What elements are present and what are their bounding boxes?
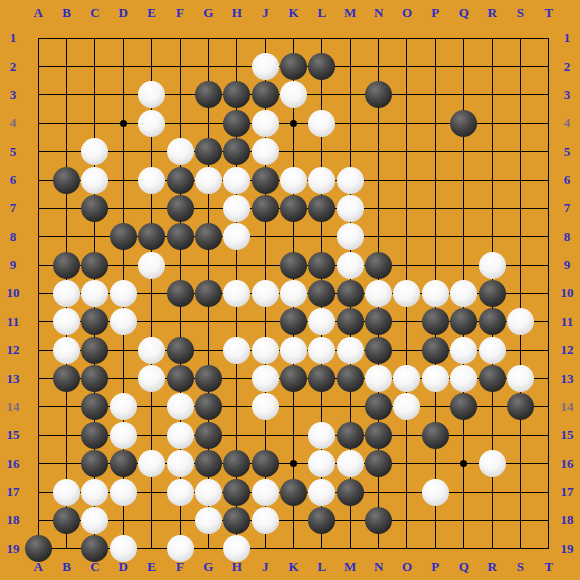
intersection-L15[interactable]	[308, 421, 336, 449]
intersection-J3[interactable]	[251, 81, 279, 109]
intersection-G5[interactable]	[194, 137, 222, 165]
intersection-A2[interactable]	[24, 52, 52, 80]
intersection-F15[interactable]	[166, 421, 194, 449]
intersection-O12[interactable]	[393, 336, 421, 364]
intersection-Q13[interactable]	[450, 364, 478, 392]
intersection-T11[interactable]	[535, 308, 563, 336]
intersection-J4[interactable]	[251, 109, 279, 137]
intersection-B2[interactable]	[52, 52, 80, 80]
intersection-N13[interactable]	[364, 364, 392, 392]
intersection-F4[interactable]	[166, 109, 194, 137]
intersection-T14[interactable]	[535, 393, 563, 421]
intersection-M9[interactable]	[336, 251, 364, 279]
intersection-G1[interactable]	[194, 24, 222, 52]
intersection-F10[interactable]	[166, 279, 194, 307]
intersection-F13[interactable]	[166, 364, 194, 392]
intersection-Q7[interactable]	[450, 194, 478, 222]
intersection-R12[interactable]	[478, 336, 506, 364]
intersection-L16[interactable]	[308, 450, 336, 478]
intersection-D4[interactable]	[109, 109, 137, 137]
intersection-A17[interactable]	[24, 478, 52, 506]
intersection-K18[interactable]	[279, 506, 307, 534]
intersection-J7[interactable]	[251, 194, 279, 222]
intersection-B10[interactable]	[52, 279, 80, 307]
intersection-A10[interactable]	[24, 279, 52, 307]
intersection-J13[interactable]	[251, 364, 279, 392]
intersection-F7[interactable]	[166, 194, 194, 222]
intersection-M17[interactable]	[336, 478, 364, 506]
intersection-T16[interactable]	[535, 450, 563, 478]
intersection-H4[interactable]	[223, 109, 251, 137]
intersection-L13[interactable]	[308, 364, 336, 392]
intersection-K10[interactable]	[279, 279, 307, 307]
intersection-D12[interactable]	[109, 336, 137, 364]
intersection-E5[interactable]	[137, 137, 165, 165]
intersection-P4[interactable]	[421, 109, 449, 137]
intersection-D10[interactable]	[109, 279, 137, 307]
intersection-Q6[interactable]	[450, 166, 478, 194]
intersection-P18[interactable]	[421, 506, 449, 534]
intersection-A13[interactable]	[24, 364, 52, 392]
intersection-T12[interactable]	[535, 336, 563, 364]
intersection-K1[interactable]	[279, 24, 307, 52]
intersection-P9[interactable]	[421, 251, 449, 279]
intersection-S16[interactable]	[506, 450, 534, 478]
intersection-S10[interactable]	[506, 279, 534, 307]
intersection-N12[interactable]	[364, 336, 392, 364]
intersection-R9[interactable]	[478, 251, 506, 279]
intersection-H11[interactable]	[223, 308, 251, 336]
intersection-K16[interactable]	[279, 450, 307, 478]
intersection-M3[interactable]	[336, 81, 364, 109]
intersection-K19[interactable]	[279, 535, 307, 563]
intersection-O15[interactable]	[393, 421, 421, 449]
intersection-K9[interactable]	[279, 251, 307, 279]
intersection-M11[interactable]	[336, 308, 364, 336]
intersection-Q10[interactable]	[450, 279, 478, 307]
intersection-F9[interactable]	[166, 251, 194, 279]
intersection-K14[interactable]	[279, 393, 307, 421]
intersection-M16[interactable]	[336, 450, 364, 478]
intersection-D9[interactable]	[109, 251, 137, 279]
intersection-R18[interactable]	[478, 506, 506, 534]
intersection-P12[interactable]	[421, 336, 449, 364]
intersection-B12[interactable]	[52, 336, 80, 364]
intersection-T15[interactable]	[535, 421, 563, 449]
intersection-T1[interactable]	[535, 24, 563, 52]
intersection-E11[interactable]	[137, 308, 165, 336]
intersection-L9[interactable]	[308, 251, 336, 279]
intersection-F2[interactable]	[166, 52, 194, 80]
intersection-B4[interactable]	[52, 109, 80, 137]
intersection-J14[interactable]	[251, 393, 279, 421]
intersection-A7[interactable]	[24, 194, 52, 222]
intersection-D3[interactable]	[109, 81, 137, 109]
intersection-G13[interactable]	[194, 364, 222, 392]
intersection-J12[interactable]	[251, 336, 279, 364]
intersection-F14[interactable]	[166, 393, 194, 421]
intersection-M19[interactable]	[336, 535, 364, 563]
intersection-B14[interactable]	[52, 393, 80, 421]
intersection-J10[interactable]	[251, 279, 279, 307]
intersection-J5[interactable]	[251, 137, 279, 165]
intersection-D16[interactable]	[109, 450, 137, 478]
intersection-R2[interactable]	[478, 52, 506, 80]
intersection-K2[interactable]	[279, 52, 307, 80]
intersection-H13[interactable]	[223, 364, 251, 392]
intersection-S4[interactable]	[506, 109, 534, 137]
intersection-C7[interactable]	[81, 194, 109, 222]
intersection-E16[interactable]	[137, 450, 165, 478]
intersection-B13[interactable]	[52, 364, 80, 392]
intersection-Q12[interactable]	[450, 336, 478, 364]
intersection-E15[interactable]	[137, 421, 165, 449]
intersection-S2[interactable]	[506, 52, 534, 80]
intersection-R6[interactable]	[478, 166, 506, 194]
intersection-G14[interactable]	[194, 393, 222, 421]
intersection-C2[interactable]	[81, 52, 109, 80]
intersection-T2[interactable]	[535, 52, 563, 80]
intersection-P5[interactable]	[421, 137, 449, 165]
intersection-C1[interactable]	[81, 24, 109, 52]
intersection-J1[interactable]	[251, 24, 279, 52]
intersection-A16[interactable]	[24, 450, 52, 478]
intersection-K6[interactable]	[279, 166, 307, 194]
intersection-T10[interactable]	[535, 279, 563, 307]
intersection-R7[interactable]	[478, 194, 506, 222]
intersection-O6[interactable]	[393, 166, 421, 194]
intersection-B11[interactable]	[52, 308, 80, 336]
intersection-E14[interactable]	[137, 393, 165, 421]
intersection-H19[interactable]	[223, 535, 251, 563]
intersection-R10[interactable]	[478, 279, 506, 307]
intersection-D15[interactable]	[109, 421, 137, 449]
intersection-G7[interactable]	[194, 194, 222, 222]
intersection-M7[interactable]	[336, 194, 364, 222]
intersection-T19[interactable]	[535, 535, 563, 563]
intersection-Q5[interactable]	[450, 137, 478, 165]
intersection-T4[interactable]	[535, 109, 563, 137]
intersection-S12[interactable]	[506, 336, 534, 364]
intersection-Q18[interactable]	[450, 506, 478, 534]
intersection-D1[interactable]	[109, 24, 137, 52]
intersection-K11[interactable]	[279, 308, 307, 336]
intersection-Q19[interactable]	[450, 535, 478, 563]
intersection-D13[interactable]	[109, 364, 137, 392]
intersection-D18[interactable]	[109, 506, 137, 534]
intersection-J17[interactable]	[251, 478, 279, 506]
intersection-S13[interactable]	[506, 364, 534, 392]
intersection-O4[interactable]	[393, 109, 421, 137]
intersection-M18[interactable]	[336, 506, 364, 534]
intersection-Q2[interactable]	[450, 52, 478, 80]
intersection-C6[interactable]	[81, 166, 109, 194]
intersection-N3[interactable]	[364, 81, 392, 109]
intersection-L14[interactable]	[308, 393, 336, 421]
intersection-M13[interactable]	[336, 364, 364, 392]
intersection-J2[interactable]	[251, 52, 279, 80]
intersection-A12[interactable]	[24, 336, 52, 364]
intersection-J11[interactable]	[251, 308, 279, 336]
intersection-R5[interactable]	[478, 137, 506, 165]
intersection-C17[interactable]	[81, 478, 109, 506]
intersection-B16[interactable]	[52, 450, 80, 478]
intersection-M14[interactable]	[336, 393, 364, 421]
intersection-C9[interactable]	[81, 251, 109, 279]
intersection-E6[interactable]	[137, 166, 165, 194]
intersection-K8[interactable]	[279, 223, 307, 251]
intersection-C15[interactable]	[81, 421, 109, 449]
intersection-K12[interactable]	[279, 336, 307, 364]
intersection-C10[interactable]	[81, 279, 109, 307]
intersection-R14[interactable]	[478, 393, 506, 421]
intersection-S6[interactable]	[506, 166, 534, 194]
intersection-O8[interactable]	[393, 223, 421, 251]
intersection-O18[interactable]	[393, 506, 421, 534]
intersection-G12[interactable]	[194, 336, 222, 364]
intersection-T3[interactable]	[535, 81, 563, 109]
intersection-S19[interactable]	[506, 535, 534, 563]
intersection-G18[interactable]	[194, 506, 222, 534]
intersection-N1[interactable]	[364, 24, 392, 52]
intersection-S8[interactable]	[506, 223, 534, 251]
intersection-D5[interactable]	[109, 137, 137, 165]
intersection-P15[interactable]	[421, 421, 449, 449]
intersection-R15[interactable]	[478, 421, 506, 449]
intersection-Q1[interactable]	[450, 24, 478, 52]
intersection-J6[interactable]	[251, 166, 279, 194]
intersection-E17[interactable]	[137, 478, 165, 506]
intersection-L8[interactable]	[308, 223, 336, 251]
intersection-L2[interactable]	[308, 52, 336, 80]
intersection-L1[interactable]	[308, 24, 336, 52]
intersection-K4[interactable]	[279, 109, 307, 137]
intersection-A6[interactable]	[24, 166, 52, 194]
intersection-D7[interactable]	[109, 194, 137, 222]
intersection-O19[interactable]	[393, 535, 421, 563]
intersection-T8[interactable]	[535, 223, 563, 251]
intersection-L6[interactable]	[308, 166, 336, 194]
intersection-O17[interactable]	[393, 478, 421, 506]
intersection-E7[interactable]	[137, 194, 165, 222]
intersection-N7[interactable]	[364, 194, 392, 222]
intersection-T18[interactable]	[535, 506, 563, 534]
intersection-F17[interactable]	[166, 478, 194, 506]
intersection-P14[interactable]	[421, 393, 449, 421]
intersection-M5[interactable]	[336, 137, 364, 165]
intersection-S14[interactable]	[506, 393, 534, 421]
intersection-N18[interactable]	[364, 506, 392, 534]
intersection-F11[interactable]	[166, 308, 194, 336]
intersection-H14[interactable]	[223, 393, 251, 421]
intersection-T5[interactable]	[535, 137, 563, 165]
intersection-P11[interactable]	[421, 308, 449, 336]
intersection-B5[interactable]	[52, 137, 80, 165]
intersection-O1[interactable]	[393, 24, 421, 52]
intersection-T17[interactable]	[535, 478, 563, 506]
intersection-L7[interactable]	[308, 194, 336, 222]
intersection-J15[interactable]	[251, 421, 279, 449]
intersection-J18[interactable]	[251, 506, 279, 534]
intersection-B17[interactable]	[52, 478, 80, 506]
intersection-M1[interactable]	[336, 24, 364, 52]
intersection-H12[interactable]	[223, 336, 251, 364]
intersection-S18[interactable]	[506, 506, 534, 534]
intersection-D6[interactable]	[109, 166, 137, 194]
intersection-D14[interactable]	[109, 393, 137, 421]
intersection-C13[interactable]	[81, 364, 109, 392]
intersection-E12[interactable]	[137, 336, 165, 364]
intersection-L19[interactable]	[308, 535, 336, 563]
intersection-B1[interactable]	[52, 24, 80, 52]
intersection-O13[interactable]	[393, 364, 421, 392]
intersection-Q15[interactable]	[450, 421, 478, 449]
intersection-F1[interactable]	[166, 24, 194, 52]
intersection-E9[interactable]	[137, 251, 165, 279]
intersection-N10[interactable]	[364, 279, 392, 307]
intersection-K7[interactable]	[279, 194, 307, 222]
intersection-K15[interactable]	[279, 421, 307, 449]
intersection-R8[interactable]	[478, 223, 506, 251]
intersection-H10[interactable]	[223, 279, 251, 307]
intersection-P1[interactable]	[421, 24, 449, 52]
intersection-R17[interactable]	[478, 478, 506, 506]
intersection-T9[interactable]	[535, 251, 563, 279]
intersection-Q3[interactable]	[450, 81, 478, 109]
intersection-F18[interactable]	[166, 506, 194, 534]
intersection-E1[interactable]	[137, 24, 165, 52]
intersection-G4[interactable]	[194, 109, 222, 137]
intersection-P13[interactable]	[421, 364, 449, 392]
intersection-P10[interactable]	[421, 279, 449, 307]
intersection-H6[interactable]	[223, 166, 251, 194]
intersection-Q16[interactable]	[450, 450, 478, 478]
intersection-Q17[interactable]	[450, 478, 478, 506]
intersection-A3[interactable]	[24, 81, 52, 109]
intersection-Q9[interactable]	[450, 251, 478, 279]
intersection-O7[interactable]	[393, 194, 421, 222]
intersection-N16[interactable]	[364, 450, 392, 478]
intersection-Q8[interactable]	[450, 223, 478, 251]
intersection-G6[interactable]	[194, 166, 222, 194]
intersection-R16[interactable]	[478, 450, 506, 478]
intersection-E2[interactable]	[137, 52, 165, 80]
intersection-R3[interactable]	[478, 81, 506, 109]
intersection-C11[interactable]	[81, 308, 109, 336]
intersection-N5[interactable]	[364, 137, 392, 165]
intersection-S5[interactable]	[506, 137, 534, 165]
intersection-O5[interactable]	[393, 137, 421, 165]
intersection-Q11[interactable]	[450, 308, 478, 336]
intersection-T13[interactable]	[535, 364, 563, 392]
intersection-P19[interactable]	[421, 535, 449, 563]
intersection-H5[interactable]	[223, 137, 251, 165]
intersection-A5[interactable]	[24, 137, 52, 165]
intersection-B7[interactable]	[52, 194, 80, 222]
intersection-B6[interactable]	[52, 166, 80, 194]
intersection-P8[interactable]	[421, 223, 449, 251]
intersection-E18[interactable]	[137, 506, 165, 534]
intersection-P16[interactable]	[421, 450, 449, 478]
intersection-F16[interactable]	[166, 450, 194, 478]
intersection-B18[interactable]	[52, 506, 80, 534]
intersection-N2[interactable]	[364, 52, 392, 80]
intersection-T6[interactable]	[535, 166, 563, 194]
intersection-A19[interactable]	[24, 535, 52, 563]
intersection-M12[interactable]	[336, 336, 364, 364]
intersection-G17[interactable]	[194, 478, 222, 506]
intersection-S11[interactable]	[506, 308, 534, 336]
intersection-R13[interactable]	[478, 364, 506, 392]
intersection-N14[interactable]	[364, 393, 392, 421]
intersection-C14[interactable]	[81, 393, 109, 421]
intersection-D2[interactable]	[109, 52, 137, 80]
intersection-N9[interactable]	[364, 251, 392, 279]
intersection-M6[interactable]	[336, 166, 364, 194]
intersection-E4[interactable]	[137, 109, 165, 137]
intersection-S1[interactable]	[506, 24, 534, 52]
intersection-A4[interactable]	[24, 109, 52, 137]
intersection-C12[interactable]	[81, 336, 109, 364]
intersection-C16[interactable]	[81, 450, 109, 478]
intersection-G3[interactable]	[194, 81, 222, 109]
intersection-B3[interactable]	[52, 81, 80, 109]
intersection-H7[interactable]	[223, 194, 251, 222]
intersection-T7[interactable]	[535, 194, 563, 222]
intersection-K17[interactable]	[279, 478, 307, 506]
intersection-E8[interactable]	[137, 223, 165, 251]
intersection-B8[interactable]	[52, 223, 80, 251]
intersection-M4[interactable]	[336, 109, 364, 137]
intersection-B9[interactable]	[52, 251, 80, 279]
intersection-G11[interactable]	[194, 308, 222, 336]
intersection-G10[interactable]	[194, 279, 222, 307]
intersection-G8[interactable]	[194, 223, 222, 251]
intersection-R19[interactable]	[478, 535, 506, 563]
intersection-G2[interactable]	[194, 52, 222, 80]
intersection-H2[interactable]	[223, 52, 251, 80]
intersection-K5[interactable]	[279, 137, 307, 165]
intersection-A14[interactable]	[24, 393, 52, 421]
intersection-M15[interactable]	[336, 421, 364, 449]
intersection-A15[interactable]	[24, 421, 52, 449]
intersection-L3[interactable]	[308, 81, 336, 109]
intersection-N15[interactable]	[364, 421, 392, 449]
intersection-P17[interactable]	[421, 478, 449, 506]
intersection-A18[interactable]	[24, 506, 52, 534]
intersection-D11[interactable]	[109, 308, 137, 336]
intersection-F12[interactable]	[166, 336, 194, 364]
intersection-F3[interactable]	[166, 81, 194, 109]
intersection-L11[interactable]	[308, 308, 336, 336]
intersection-S9[interactable]	[506, 251, 534, 279]
intersection-N6[interactable]	[364, 166, 392, 194]
intersection-E19[interactable]	[137, 535, 165, 563]
intersection-O16[interactable]	[393, 450, 421, 478]
intersection-L5[interactable]	[308, 137, 336, 165]
intersection-O9[interactable]	[393, 251, 421, 279]
intersection-O14[interactable]	[393, 393, 421, 421]
intersection-F6[interactable]	[166, 166, 194, 194]
intersection-C18[interactable]	[81, 506, 109, 534]
intersection-R11[interactable]	[478, 308, 506, 336]
intersection-H15[interactable]	[223, 421, 251, 449]
intersection-H8[interactable]	[223, 223, 251, 251]
intersection-S3[interactable]	[506, 81, 534, 109]
intersection-C8[interactable]	[81, 223, 109, 251]
intersection-C4[interactable]	[81, 109, 109, 137]
intersection-O10[interactable]	[393, 279, 421, 307]
